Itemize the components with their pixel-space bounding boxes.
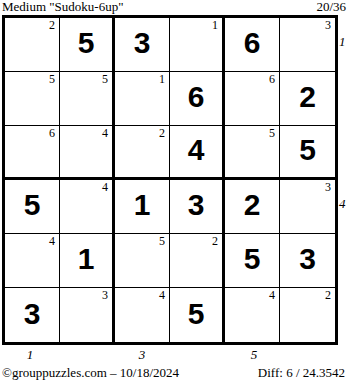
cell-r4c5[interactable]: 2 (225, 180, 280, 234)
given-digit: 5 (188, 299, 205, 329)
given-digit: 1 (78, 244, 95, 274)
pencil-mark: 1 (159, 73, 165, 86)
given-digit: 6 (188, 82, 205, 112)
row-label: 4 (339, 177, 346, 231)
cell-r6c4[interactable]: 5 (170, 288, 225, 342)
row-label (339, 285, 346, 339)
pencil-mark: 1 (212, 19, 218, 32)
pencil-mark: 2 (212, 235, 218, 248)
cell-r2c6[interactable]: 2 (280, 72, 335, 126)
pencil-mark: 2 (49, 19, 55, 32)
cell-r2c5[interactable]: 6 (225, 72, 280, 126)
row-label (339, 123, 346, 177)
cell-r6c6[interactable]: 2 (280, 288, 335, 342)
difficulty: Diff: 6 / 24.3542 (258, 366, 345, 380)
cell-r2c4[interactable]: 6 (170, 72, 225, 126)
pencil-mark: 4 (159, 289, 165, 302)
cell-r4c6[interactable]: 3 (280, 180, 335, 234)
puzzle-counter: 20/36 (316, 0, 346, 13)
row-label: 1 (339, 15, 346, 69)
cell-r4c3[interactable]: 1 (115, 180, 170, 234)
cell-r3c4[interactable]: 4 (170, 126, 225, 180)
given-digit: 3 (299, 244, 316, 274)
cell-r2c3[interactable]: 1 (115, 72, 170, 126)
pencil-mark: 5 (102, 73, 108, 86)
given-digit: 5 (78, 28, 95, 58)
cell-r1c3[interactable]: 3 (115, 18, 170, 72)
given-digit: 2 (299, 82, 316, 112)
given-digit: 5 (24, 190, 41, 220)
puzzle-page: Medium "Sudoku-6up" 20/36 25316355166264… (0, 0, 347, 381)
cell-r5c6[interactable]: 3 (280, 234, 335, 288)
col-label: 1 (2, 347, 58, 362)
cell-r3c2[interactable]: 4 (60, 126, 115, 180)
row-label (339, 69, 346, 123)
cell-r5c3[interactable]: 5 (115, 234, 170, 288)
cell-r1c5[interactable]: 6 (225, 18, 280, 72)
given-digit: 5 (244, 244, 261, 274)
col-label (170, 347, 226, 362)
right-labels: 14 (339, 15, 346, 339)
pencil-mark: 4 (269, 289, 275, 302)
cell-r5c2[interactable]: 1 (60, 234, 115, 288)
pencil-mark: 4 (49, 235, 55, 248)
cell-r1c1[interactable]: 2 (5, 18, 60, 72)
pencil-mark: 4 (102, 127, 108, 140)
cell-r5c5[interactable]: 5 (225, 234, 280, 288)
cell-r6c5[interactable]: 4 (225, 288, 280, 342)
cell-r6c1[interactable]: 3 (5, 288, 60, 342)
cell-r3c5[interactable]: 5 (225, 126, 280, 180)
pencil-mark: 5 (49, 73, 55, 86)
copyright-date: ©grouppuzzles.com – 10/18/2024 (2, 366, 179, 380)
cell-r5c1[interactable]: 4 (5, 234, 60, 288)
cell-r2c1[interactable]: 5 (5, 72, 60, 126)
cell-r4c4[interactable]: 3 (170, 180, 225, 234)
pencil-mark: 6 (269, 73, 275, 86)
pencil-mark: 2 (325, 289, 331, 302)
row-label (339, 231, 346, 285)
cell-r2c2[interactable]: 5 (60, 72, 115, 126)
cell-r6c3[interactable]: 4 (115, 288, 170, 342)
given-digit: 5 (299, 135, 316, 165)
board: 253163551662642455541323415253334542 (2, 15, 338, 345)
cell-r5c4[interactable]: 2 (170, 234, 225, 288)
header: Medium "Sudoku-6up" 20/36 (2, 0, 346, 14)
page-title: Medium "Sudoku-6up" (2, 0, 123, 13)
pencil-mark: 3 (325, 181, 331, 194)
cell-r4c2[interactable]: 4 (60, 180, 115, 234)
pencil-mark: 2 (159, 127, 165, 140)
pencil-mark: 6 (49, 127, 55, 140)
given-digit: 2 (244, 190, 261, 220)
col-label (282, 347, 338, 362)
cell-r3c3[interactable]: 2 (115, 126, 170, 180)
pencil-mark: 4 (102, 181, 108, 194)
given-digit: 1 (134, 190, 151, 220)
cell-r6c2[interactable]: 3 (60, 288, 115, 342)
pencil-mark: 5 (269, 127, 275, 140)
col-label: 3 (114, 347, 170, 362)
given-digit: 3 (134, 28, 151, 58)
cell-r3c6[interactable]: 5 (280, 126, 335, 180)
footer: ©grouppuzzles.com – 10/18/2024 Diff: 6 /… (2, 365, 345, 380)
bottom-labels: 135 (2, 347, 338, 362)
cell-r1c2[interactable]: 5 (60, 18, 115, 72)
cell-r3c1[interactable]: 6 (5, 126, 60, 180)
pencil-mark: 3 (102, 289, 108, 302)
cell-r1c6[interactable]: 3 (280, 18, 335, 72)
pencil-mark: 3 (325, 19, 331, 32)
col-label (58, 347, 114, 362)
given-digit: 3 (188, 190, 205, 220)
pencil-mark: 5 (159, 235, 165, 248)
given-digit: 6 (244, 28, 261, 58)
cell-r4c1[interactable]: 5 (5, 180, 60, 234)
given-digit: 4 (188, 135, 205, 165)
given-digit: 3 (24, 299, 41, 329)
cell-r1c4[interactable]: 1 (170, 18, 225, 72)
col-label: 5 (226, 347, 282, 362)
